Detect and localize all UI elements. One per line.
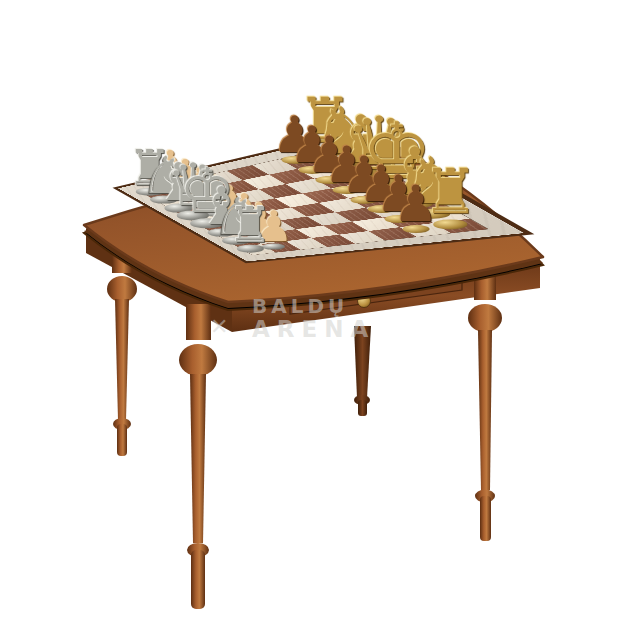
table-leg-near-left [179,304,217,609]
product-photo: ♜♞♝♛♚♝♞♜♟♟♟♟♟♟♟♟♟♟♟♟♟♟♟♟♜♞♝♛♚♝♞♜ ✕ BALDŲ… [0,0,625,625]
table-leg-back [354,326,371,416]
chess-table [0,0,625,625]
table-leg-right [468,268,502,541]
